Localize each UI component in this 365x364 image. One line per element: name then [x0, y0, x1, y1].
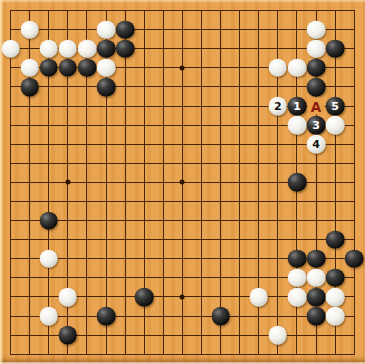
intersection[interactable]: [192, 307, 211, 326]
intersection[interactable]: [116, 287, 135, 306]
intersection[interactable]: [58, 96, 77, 115]
intersection[interactable]: [96, 135, 115, 154]
intersection[interactable]: [154, 58, 173, 77]
intersection[interactable]: [39, 268, 58, 287]
intersection[interactable]: [77, 268, 96, 287]
intersection[interactable]: [249, 20, 268, 39]
intersection[interactable]: [39, 345, 58, 364]
intersection[interactable]: [96, 96, 115, 115]
intersection[interactable]: [307, 326, 326, 345]
intersection[interactable]: [116, 96, 135, 115]
intersection[interactable]: [287, 39, 306, 58]
intersection[interactable]: [211, 39, 230, 58]
intersection[interactable]: [116, 154, 135, 173]
intersection[interactable]: [77, 154, 96, 173]
intersection[interactable]: [307, 268, 326, 287]
intersection[interactable]: [39, 287, 58, 306]
intersection[interactable]: [287, 287, 306, 306]
intersection[interactable]: [154, 135, 173, 154]
intersection[interactable]: [345, 307, 364, 326]
intersection[interactable]: [345, 173, 364, 192]
intersection[interactable]: [173, 20, 192, 39]
intersection[interactable]: [230, 326, 249, 345]
intersection[interactable]: [96, 326, 115, 345]
intersection[interactable]: [268, 326, 287, 345]
intersection[interactable]: [20, 326, 39, 345]
intersection[interactable]: [20, 39, 39, 58]
intersection[interactable]: [39, 230, 58, 249]
intersection[interactable]: [116, 1, 135, 20]
intersection[interactable]: [77, 20, 96, 39]
intersection[interactable]: [39, 154, 58, 173]
intersection[interactable]: [268, 116, 287, 135]
intersection[interactable]: [135, 96, 154, 115]
intersection[interactable]: [77, 192, 96, 211]
intersection[interactable]: [326, 307, 345, 326]
intersection[interactable]: [173, 326, 192, 345]
intersection[interactable]: [116, 116, 135, 135]
intersection[interactable]: [154, 211, 173, 230]
intersection[interactable]: [20, 116, 39, 135]
intersection[interactable]: [135, 345, 154, 364]
intersection[interactable]: [135, 135, 154, 154]
intersection[interactable]: [135, 268, 154, 287]
intersection[interactable]: [249, 192, 268, 211]
intersection[interactable]: [173, 287, 192, 306]
intersection[interactable]: [211, 345, 230, 364]
intersection[interactable]: [230, 211, 249, 230]
intersection[interactable]: [135, 154, 154, 173]
intersection[interactable]: [58, 135, 77, 154]
intersection[interactable]: [96, 192, 115, 211]
intersection[interactable]: [268, 211, 287, 230]
intersection[interactable]: [249, 58, 268, 77]
intersection[interactable]: [154, 96, 173, 115]
intersection[interactable]: [20, 192, 39, 211]
intersection[interactable]: [192, 77, 211, 96]
intersection[interactable]: [96, 154, 115, 173]
intersection[interactable]: [326, 192, 345, 211]
intersection[interactable]: [249, 307, 268, 326]
intersection[interactable]: [154, 268, 173, 287]
intersection[interactable]: [116, 230, 135, 249]
intersection[interactable]: [345, 96, 364, 115]
intersection[interactable]: [20, 1, 39, 20]
intersection[interactable]: [77, 326, 96, 345]
intersection[interactable]: [173, 39, 192, 58]
intersection[interactable]: [326, 249, 345, 268]
intersection[interactable]: [96, 345, 115, 364]
intersection[interactable]: [154, 39, 173, 58]
intersection[interactable]: [345, 20, 364, 39]
intersection[interactable]: [230, 345, 249, 364]
intersection[interactable]: [268, 173, 287, 192]
intersection[interactable]: [249, 287, 268, 306]
intersection[interactable]: [135, 287, 154, 306]
intersection[interactable]: [135, 1, 154, 20]
intersection[interactable]: [345, 116, 364, 135]
intersection[interactable]: [39, 1, 58, 20]
intersection[interactable]: [96, 1, 115, 20]
intersection[interactable]: [135, 173, 154, 192]
intersection[interactable]: [249, 326, 268, 345]
intersection[interactable]: [287, 307, 306, 326]
intersection[interactable]: [326, 58, 345, 77]
intersection[interactable]: [192, 135, 211, 154]
intersection[interactable]: [249, 345, 268, 364]
intersection[interactable]: [77, 307, 96, 326]
intersection[interactable]: [173, 154, 192, 173]
intersection[interactable]: [230, 20, 249, 39]
intersection[interactable]: [173, 268, 192, 287]
intersection[interactable]: [249, 211, 268, 230]
intersection[interactable]: [116, 20, 135, 39]
intersection[interactable]: [154, 20, 173, 39]
intersection[interactable]: [1, 230, 20, 249]
intersection[interactable]: [268, 268, 287, 287]
intersection[interactable]: [268, 249, 287, 268]
intersection[interactable]: 3: [307, 116, 326, 135]
intersection[interactable]: [192, 268, 211, 287]
intersection[interactable]: [20, 135, 39, 154]
intersection[interactable]: [268, 192, 287, 211]
intersection[interactable]: [307, 58, 326, 77]
intersection[interactable]: [20, 173, 39, 192]
intersection[interactable]: [154, 173, 173, 192]
intersection[interactable]: [230, 192, 249, 211]
intersection[interactable]: [173, 192, 192, 211]
intersection[interactable]: [135, 58, 154, 77]
intersection[interactable]: [230, 135, 249, 154]
intersection[interactable]: [116, 135, 135, 154]
intersection[interactable]: [192, 192, 211, 211]
intersection[interactable]: [96, 268, 115, 287]
intersection[interactable]: [135, 326, 154, 345]
intersection[interactable]: [192, 287, 211, 306]
intersection[interactable]: [287, 211, 306, 230]
intersection[interactable]: [249, 135, 268, 154]
intersection[interactable]: [77, 249, 96, 268]
intersection[interactable]: [39, 135, 58, 154]
intersection[interactable]: [345, 249, 364, 268]
intersection[interactable]: [58, 249, 77, 268]
intersection[interactable]: [345, 287, 364, 306]
intersection[interactable]: [230, 116, 249, 135]
intersection[interactable]: [154, 77, 173, 96]
intersection[interactable]: [307, 20, 326, 39]
intersection[interactable]: [192, 96, 211, 115]
intersection[interactable]: [249, 77, 268, 96]
intersection[interactable]: [268, 307, 287, 326]
intersection[interactable]: [1, 39, 20, 58]
intersection[interactable]: [39, 326, 58, 345]
intersection[interactable]: [96, 116, 115, 135]
intersection[interactable]: [230, 249, 249, 268]
intersection[interactable]: [268, 230, 287, 249]
intersection[interactable]: [1, 307, 20, 326]
intersection[interactable]: [287, 192, 306, 211]
intersection[interactable]: [58, 211, 77, 230]
intersection[interactable]: [326, 39, 345, 58]
intersection[interactable]: [116, 39, 135, 58]
intersection[interactable]: [173, 230, 192, 249]
intersection[interactable]: [211, 287, 230, 306]
intersection[interactable]: [211, 192, 230, 211]
intersection[interactable]: [1, 173, 20, 192]
intersection[interactable]: [173, 116, 192, 135]
intersection[interactable]: A: [307, 96, 326, 115]
intersection[interactable]: [1, 58, 20, 77]
intersection[interactable]: [287, 249, 306, 268]
intersection[interactable]: [20, 268, 39, 287]
intersection[interactable]: [287, 1, 306, 20]
intersection[interactable]: [230, 96, 249, 115]
intersection[interactable]: [173, 77, 192, 96]
intersection[interactable]: [326, 326, 345, 345]
intersection[interactable]: [96, 307, 115, 326]
intersection[interactable]: [211, 1, 230, 20]
intersection[interactable]: [211, 20, 230, 39]
intersection[interactable]: [154, 230, 173, 249]
intersection[interactable]: [1, 345, 20, 364]
intersection[interactable]: [96, 249, 115, 268]
intersection[interactable]: [192, 173, 211, 192]
intersection[interactable]: [77, 287, 96, 306]
intersection[interactable]: [58, 326, 77, 345]
intersection[interactable]: [249, 154, 268, 173]
intersection[interactable]: [326, 211, 345, 230]
intersection[interactable]: [39, 211, 58, 230]
intersection[interactable]: [173, 211, 192, 230]
intersection[interactable]: [154, 192, 173, 211]
intersection[interactable]: [58, 173, 77, 192]
intersection[interactable]: [192, 20, 211, 39]
intersection[interactable]: [58, 39, 77, 58]
intersection[interactable]: [268, 345, 287, 364]
intersection[interactable]: [58, 1, 77, 20]
intersection[interactable]: [211, 77, 230, 96]
intersection[interactable]: [249, 1, 268, 20]
intersection[interactable]: [192, 230, 211, 249]
intersection[interactable]: [77, 116, 96, 135]
intersection[interactable]: [58, 20, 77, 39]
intersection[interactable]: [326, 345, 345, 364]
intersection[interactable]: [20, 77, 39, 96]
intersection[interactable]: [154, 249, 173, 268]
intersection[interactable]: [1, 77, 20, 96]
intersection[interactable]: [307, 77, 326, 96]
intersection[interactable]: [135, 116, 154, 135]
intersection[interactable]: [287, 345, 306, 364]
intersection[interactable]: [230, 1, 249, 20]
intersection[interactable]: [58, 307, 77, 326]
intersection[interactable]: [20, 211, 39, 230]
intersection[interactable]: [307, 39, 326, 58]
intersection[interactable]: [287, 135, 306, 154]
intersection[interactable]: [307, 307, 326, 326]
intersection[interactable]: [230, 173, 249, 192]
intersection[interactable]: [249, 116, 268, 135]
intersection[interactable]: [173, 173, 192, 192]
intersection[interactable]: [1, 249, 20, 268]
intersection[interactable]: [96, 77, 115, 96]
intersection[interactable]: [211, 230, 230, 249]
intersection[interactable]: [345, 77, 364, 96]
intersection[interactable]: [326, 77, 345, 96]
intersection[interactable]: [116, 345, 135, 364]
intersection[interactable]: [58, 345, 77, 364]
intersection[interactable]: [1, 211, 20, 230]
intersection[interactable]: [39, 39, 58, 58]
intersection[interactable]: [20, 249, 39, 268]
intersection[interactable]: [39, 77, 58, 96]
intersection[interactable]: [116, 249, 135, 268]
intersection[interactable]: [230, 77, 249, 96]
intersection[interactable]: [154, 345, 173, 364]
intersection[interactable]: [58, 268, 77, 287]
intersection[interactable]: [77, 77, 96, 96]
intersection[interactable]: [77, 1, 96, 20]
intersection[interactable]: [77, 96, 96, 115]
intersection[interactable]: [96, 287, 115, 306]
intersection[interactable]: [192, 1, 211, 20]
intersection[interactable]: 5: [326, 96, 345, 115]
intersection[interactable]: [77, 135, 96, 154]
intersection[interactable]: [1, 192, 20, 211]
intersection[interactable]: [326, 1, 345, 20]
intersection[interactable]: [230, 154, 249, 173]
intersection[interactable]: [39, 58, 58, 77]
intersection[interactable]: [211, 249, 230, 268]
intersection[interactable]: [287, 154, 306, 173]
intersection[interactable]: [268, 287, 287, 306]
intersection[interactable]: [173, 96, 192, 115]
intersection[interactable]: [307, 1, 326, 20]
intersection[interactable]: [77, 58, 96, 77]
intersection[interactable]: [58, 287, 77, 306]
intersection[interactable]: [345, 58, 364, 77]
intersection[interactable]: [135, 230, 154, 249]
intersection[interactable]: [58, 116, 77, 135]
intersection[interactable]: [249, 96, 268, 115]
intersection[interactable]: [307, 249, 326, 268]
intersection[interactable]: [326, 268, 345, 287]
intersection[interactable]: [135, 20, 154, 39]
intersection[interactable]: [307, 345, 326, 364]
intersection[interactable]: [211, 116, 230, 135]
intersection[interactable]: [135, 211, 154, 230]
intersection[interactable]: [39, 192, 58, 211]
intersection[interactable]: [154, 116, 173, 135]
intersection[interactable]: [20, 345, 39, 364]
intersection[interactable]: [20, 154, 39, 173]
intersection[interactable]: [249, 230, 268, 249]
intersection[interactable]: [345, 39, 364, 58]
intersection[interactable]: [268, 39, 287, 58]
intersection[interactable]: [249, 249, 268, 268]
intersection[interactable]: [287, 116, 306, 135]
intersection[interactable]: [326, 135, 345, 154]
intersection[interactable]: [116, 58, 135, 77]
intersection[interactable]: [77, 211, 96, 230]
intersection[interactable]: [20, 287, 39, 306]
intersection[interactable]: [287, 58, 306, 77]
intersection[interactable]: [230, 58, 249, 77]
intersection[interactable]: [230, 39, 249, 58]
intersection[interactable]: [192, 154, 211, 173]
intersection[interactable]: [96, 39, 115, 58]
intersection[interactable]: [307, 287, 326, 306]
intersection[interactable]: [211, 268, 230, 287]
intersection[interactable]: [230, 230, 249, 249]
intersection[interactable]: [268, 77, 287, 96]
intersection[interactable]: [173, 307, 192, 326]
intersection[interactable]: 4: [307, 135, 326, 154]
intersection[interactable]: [116, 173, 135, 192]
intersection[interactable]: [1, 154, 20, 173]
intersection[interactable]: [249, 173, 268, 192]
intersection[interactable]: [116, 192, 135, 211]
intersection[interactable]: [39, 307, 58, 326]
intersection[interactable]: [173, 1, 192, 20]
intersection[interactable]: [230, 287, 249, 306]
intersection[interactable]: [154, 287, 173, 306]
intersection[interactable]: [116, 307, 135, 326]
intersection[interactable]: [20, 307, 39, 326]
intersection[interactable]: [116, 326, 135, 345]
intersection[interactable]: [326, 173, 345, 192]
intersection[interactable]: [1, 116, 20, 135]
intersection[interactable]: [326, 287, 345, 306]
intersection[interactable]: [135, 39, 154, 58]
intersection[interactable]: [39, 96, 58, 115]
intersection[interactable]: [345, 135, 364, 154]
intersection[interactable]: [249, 39, 268, 58]
intersection[interactable]: [211, 211, 230, 230]
intersection[interactable]: [211, 96, 230, 115]
intersection[interactable]: [173, 58, 192, 77]
intersection[interactable]: [268, 1, 287, 20]
intersection[interactable]: [307, 192, 326, 211]
intersection[interactable]: [173, 135, 192, 154]
intersection[interactable]: [58, 154, 77, 173]
intersection[interactable]: 1: [287, 96, 306, 115]
intersection[interactable]: [39, 173, 58, 192]
intersection[interactable]: [307, 173, 326, 192]
intersection[interactable]: [211, 307, 230, 326]
intersection[interactable]: [58, 192, 77, 211]
intersection[interactable]: [96, 230, 115, 249]
intersection[interactable]: [116, 268, 135, 287]
intersection[interactable]: [345, 192, 364, 211]
intersection[interactable]: [1, 135, 20, 154]
intersection[interactable]: 2: [268, 96, 287, 115]
intersection[interactable]: [154, 307, 173, 326]
intersection[interactable]: [1, 268, 20, 287]
intersection[interactable]: [96, 211, 115, 230]
intersection[interactable]: [345, 345, 364, 364]
intersection[interactable]: [326, 230, 345, 249]
intersection[interactable]: [77, 230, 96, 249]
intersection[interactable]: [173, 345, 192, 364]
intersection[interactable]: [192, 116, 211, 135]
intersection[interactable]: [345, 211, 364, 230]
intersection[interactable]: [135, 192, 154, 211]
intersection[interactable]: [268, 135, 287, 154]
intersection[interactable]: [20, 96, 39, 115]
intersection[interactable]: [1, 1, 20, 20]
intersection[interactable]: [1, 96, 20, 115]
